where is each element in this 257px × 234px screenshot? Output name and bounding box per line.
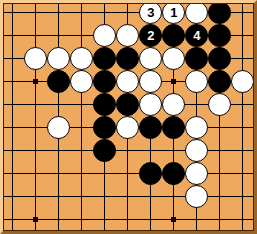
go-board-diagram: 3124 <box>0 0 257 234</box>
black-stone <box>162 24 185 47</box>
white-stone <box>116 116 139 139</box>
white-stone <box>185 139 208 162</box>
black-stone <box>208 3 231 24</box>
black-stone-move-2: 2 <box>139 24 162 47</box>
star-point <box>33 217 38 222</box>
white-stone <box>116 70 139 93</box>
black-stone <box>208 70 231 93</box>
white-stone <box>185 3 208 24</box>
black-stone <box>47 70 70 93</box>
black-stone <box>162 162 185 185</box>
black-stone <box>116 47 139 70</box>
black-stone <box>208 24 231 47</box>
white-stone <box>139 47 162 70</box>
white-stone <box>208 93 231 116</box>
white-stone <box>185 162 208 185</box>
grid-line-horizontal <box>4 173 253 174</box>
black-stone <box>139 162 162 185</box>
white-stone <box>185 185 208 208</box>
white-stone <box>47 116 70 139</box>
white-stone <box>139 93 162 116</box>
black-stone <box>185 47 208 70</box>
white-stone <box>139 70 162 93</box>
white-stone <box>185 116 208 139</box>
white-stone <box>93 24 116 47</box>
black-stone <box>116 93 139 116</box>
white-stone <box>231 70 254 93</box>
white-stone <box>47 47 70 70</box>
white-stone-move-3: 3 <box>139 3 162 24</box>
white-stone <box>185 70 208 93</box>
star-point <box>171 217 176 222</box>
black-stone <box>208 47 231 70</box>
black-stone <box>93 93 116 116</box>
star-point <box>33 79 38 84</box>
grid-line-horizontal <box>4 196 253 197</box>
white-stone <box>162 93 185 116</box>
star-point <box>171 79 176 84</box>
white-stone <box>24 47 47 70</box>
white-stone <box>116 24 139 47</box>
white-stone <box>70 70 93 93</box>
black-stone <box>93 116 116 139</box>
grid-line-horizontal <box>4 219 253 220</box>
white-stone-move-1: 1 <box>162 3 185 24</box>
black-stone <box>139 116 162 139</box>
black-stone <box>93 70 116 93</box>
white-stone <box>162 47 185 70</box>
go-board-grid: 3124 <box>3 3 254 231</box>
white-stone <box>70 47 93 70</box>
black-stone <box>93 139 116 162</box>
grid-line-horizontal <box>4 150 253 151</box>
black-stone <box>162 116 185 139</box>
black-stone-move-4: 4 <box>185 24 208 47</box>
black-stone <box>93 47 116 70</box>
